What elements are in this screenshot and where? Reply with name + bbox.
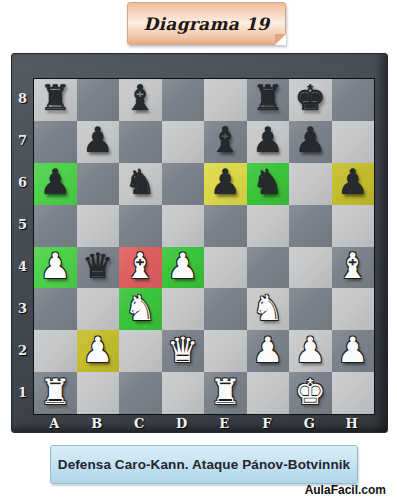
square-c4: ♝: [119, 247, 162, 289]
rank-label-5: 5: [12, 204, 33, 246]
white-pawn-g2: ♟: [295, 333, 326, 368]
black-rook-f8: ♜: [252, 81, 283, 116]
square-h7: [332, 121, 375, 163]
square-d8: [162, 79, 205, 121]
file-label-g: G: [288, 414, 331, 433]
square-b6: [77, 163, 120, 205]
square-e7: ♝: [204, 121, 247, 163]
square-c7: [119, 121, 162, 163]
square-a3: [34, 288, 77, 330]
rank-label-3: 3: [12, 287, 33, 329]
brand-name: AulaFacil: [305, 483, 358, 497]
square-d6: [162, 163, 205, 205]
brand-suffix: .com: [358, 483, 386, 497]
square-h8: [332, 79, 375, 121]
diagram-banner: Diagrama 19: [127, 2, 286, 45]
square-d2: ♛: [162, 330, 205, 372]
rank-label-8: 8: [12, 78, 33, 120]
square-f2: ♟: [247, 330, 290, 372]
square-a7: [34, 121, 77, 163]
square-d4: ♟: [162, 247, 205, 289]
file-label-a: A: [33, 414, 76, 433]
white-queen-d2: ♛: [167, 333, 198, 368]
square-f5: [247, 205, 290, 247]
black-queen-b4: ♛: [82, 249, 113, 284]
square-b4: ♛: [77, 247, 120, 289]
square-e4: [204, 247, 247, 289]
file-label-e: E: [203, 414, 246, 433]
white-pawn-a4: ♟: [40, 249, 71, 284]
file-label-b: B: [76, 414, 119, 433]
square-g6: [289, 163, 332, 205]
square-b1: [77, 372, 120, 414]
square-a4: ♟: [34, 247, 77, 289]
square-e8: [204, 79, 247, 121]
board-grid: ♜♝♜♚♟♝♟♟♟♞♟♞♟♟♛♝♟♝♞♞♟♛♟♟♟♜♜♚: [33, 78, 375, 415]
square-a8: ♜: [34, 79, 77, 121]
square-c2: [119, 330, 162, 372]
square-c5: [119, 205, 162, 247]
site-brand: AulaFacil.com: [305, 483, 386, 497]
black-pawn-g7: ♟: [295, 123, 326, 158]
white-bishop-c4: ♝: [125, 249, 156, 284]
square-a5: [34, 205, 77, 247]
white-pawn-f2: ♟: [252, 333, 283, 368]
black-bishop-c8: ♝: [125, 81, 156, 116]
caption-box: Defensa Caro-Kann. Ataque Pánov-Botvinni…: [50, 445, 358, 484]
caption-text: Defensa Caro-Kann. Ataque Pánov-Botvinni…: [58, 457, 350, 472]
page: Diagrama 19 87654321 ♜♝♜♚♟♝♟♟♟♞♟♞♟♟♛♝♟♝♞…: [0, 0, 397, 498]
black-bishop-e7: ♝: [210, 123, 241, 158]
square-g3: [289, 288, 332, 330]
square-e3: [204, 288, 247, 330]
rank-label-2: 2: [12, 329, 33, 371]
black-knight-f6: ♞: [252, 165, 283, 200]
file-label-d: D: [161, 414, 204, 433]
file-label-c: C: [118, 414, 161, 433]
file-labels: ABCDEFGH: [33, 414, 373, 433]
square-g2: ♟: [289, 330, 332, 372]
square-f4: [247, 247, 290, 289]
rank-labels: 87654321: [12, 78, 33, 413]
black-king-g8: ♚: [295, 81, 326, 116]
square-b8: [77, 79, 120, 121]
square-a6: ♟: [34, 163, 77, 205]
rank-label-1: 1: [12, 371, 33, 413]
white-king-g1: ♚: [295, 375, 326, 410]
white-knight-f3: ♞: [252, 291, 283, 326]
black-rook-a8: ♜: [40, 81, 71, 116]
square-e6: ♟: [204, 163, 247, 205]
square-c3: ♞: [119, 288, 162, 330]
square-d1: [162, 372, 205, 414]
square-f3: ♞: [247, 288, 290, 330]
square-g8: ♚: [289, 79, 332, 121]
square-h4: ♝: [332, 247, 375, 289]
white-rook-e1: ♜: [210, 375, 241, 410]
square-c8: ♝: [119, 79, 162, 121]
white-bishop-h4: ♝: [337, 249, 368, 284]
black-pawn-h6: ♟: [337, 165, 368, 200]
square-h5: [332, 205, 375, 247]
white-pawn-b2: ♟: [82, 333, 113, 368]
black-pawn-a6: ♟: [40, 165, 71, 200]
file-label-f: F: [246, 414, 289, 433]
rank-label-7: 7: [12, 120, 33, 162]
square-b3: [77, 288, 120, 330]
white-pawn-d4: ♟: [167, 249, 198, 284]
square-f8: ♜: [247, 79, 290, 121]
square-a2: [34, 330, 77, 372]
square-g5: [289, 205, 332, 247]
black-pawn-b7: ♟: [82, 123, 113, 158]
square-f6: ♞: [247, 163, 290, 205]
square-h1: [332, 372, 375, 414]
square-f1: [247, 372, 290, 414]
square-d3: [162, 288, 205, 330]
square-b5: [77, 205, 120, 247]
square-g7: ♟: [289, 121, 332, 163]
white-knight-c3: ♞: [125, 291, 156, 326]
square-h2: ♟: [332, 330, 375, 372]
square-h3: [332, 288, 375, 330]
square-d7: [162, 121, 205, 163]
square-g1: ♚: [289, 372, 332, 414]
square-d5: [162, 205, 205, 247]
black-pawn-f7: ♟: [252, 123, 283, 158]
square-e1: ♜: [204, 372, 247, 414]
square-b2: ♟: [77, 330, 120, 372]
file-label-h: H: [331, 414, 374, 433]
square-g4: [289, 247, 332, 289]
square-a1: ♜: [34, 372, 77, 414]
black-knight-c6: ♞: [125, 165, 156, 200]
square-e5: [204, 205, 247, 247]
chess-board-frame: 87654321 ♜♝♜♚♟♝♟♟♟♞♟♞♟♟♛♝♟♝♞♞♟♛♟♟♟♜♜♚ AB…: [11, 53, 388, 433]
square-h6: ♟: [332, 163, 375, 205]
black-pawn-e6: ♟: [210, 165, 241, 200]
square-e2: [204, 330, 247, 372]
white-pawn-h2: ♟: [337, 333, 368, 368]
square-b7: ♟: [77, 121, 120, 163]
square-c1: [119, 372, 162, 414]
diagram-title: Diagrama 19: [144, 14, 270, 34]
square-c6: ♞: [119, 163, 162, 205]
rank-label-6: 6: [12, 162, 33, 204]
square-f7: ♟: [247, 121, 290, 163]
white-rook-a1: ♜: [40, 375, 71, 410]
rank-label-4: 4: [12, 246, 33, 288]
